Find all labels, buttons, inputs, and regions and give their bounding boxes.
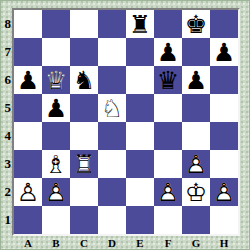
square-c6[interactable]: ♞ bbox=[70, 66, 98, 94]
white-pawn[interactable]: ♟♙ bbox=[14, 178, 42, 206]
white-rook-glyph: ♖ bbox=[70, 150, 98, 178]
white-pawn-glyph: ♙ bbox=[154, 178, 182, 206]
square-d3[interactable] bbox=[98, 150, 126, 178]
square-f8[interactable] bbox=[154, 10, 182, 38]
white-king[interactable]: ♚♔ bbox=[182, 178, 210, 206]
square-a4[interactable] bbox=[14, 122, 42, 150]
file-label-g: G bbox=[182, 237, 210, 249]
black-rook-glyph: ♜ bbox=[126, 10, 154, 38]
rank-label-8: 8 bbox=[1, 10, 12, 38]
square-a2[interactable]: ♟♙ bbox=[14, 178, 42, 206]
white-pawn[interactable]: ♟♙ bbox=[42, 178, 70, 206]
black-queen-glyph: ♛ bbox=[154, 66, 182, 94]
rank-label-4: 4 bbox=[1, 122, 12, 150]
chess-diagram: 87654321 ♜♚♟♟♟♛♕♞♛♟♟♞♘♝♗♜♖♟♙♟♙♟♙♟♙♚♔♟♙ A… bbox=[0, 0, 250, 250]
square-h4[interactable] bbox=[210, 122, 238, 150]
square-d1[interactable] bbox=[98, 206, 126, 234]
square-g8[interactable]: ♚ bbox=[182, 10, 210, 38]
square-b1[interactable] bbox=[42, 206, 70, 234]
black-queen[interactable]: ♛ bbox=[154, 66, 182, 94]
square-b7[interactable] bbox=[42, 38, 70, 66]
white-knight[interactable]: ♞♘ bbox=[98, 94, 126, 122]
square-d6[interactable] bbox=[98, 66, 126, 94]
square-f6[interactable]: ♛ bbox=[154, 66, 182, 94]
square-f3[interactable] bbox=[154, 150, 182, 178]
rank-labels: 87654321 bbox=[1, 10, 12, 234]
square-d7[interactable] bbox=[98, 38, 126, 66]
file-label-d: D bbox=[98, 237, 126, 249]
square-e8[interactable]: ♜ bbox=[126, 10, 154, 38]
square-g4[interactable] bbox=[182, 122, 210, 150]
square-b6[interactable]: ♛♕ bbox=[42, 66, 70, 94]
file-labels: ABCDEFGH bbox=[14, 237, 238, 249]
black-king[interactable]: ♚ bbox=[182, 10, 210, 38]
square-h3[interactable] bbox=[210, 150, 238, 178]
square-d4[interactable] bbox=[98, 122, 126, 150]
square-e4[interactable] bbox=[126, 122, 154, 150]
square-f2[interactable]: ♟♙ bbox=[154, 178, 182, 206]
white-pawn-glyph: ♙ bbox=[182, 150, 210, 178]
square-b2[interactable]: ♟♙ bbox=[42, 178, 70, 206]
black-pawn[interactable]: ♟ bbox=[42, 94, 70, 122]
square-f4[interactable] bbox=[154, 122, 182, 150]
file-label-e: E bbox=[126, 237, 154, 249]
rank-label-1: 1 bbox=[1, 206, 12, 234]
black-pawn[interactable]: ♟ bbox=[182, 66, 210, 94]
rank-label-2: 2 bbox=[1, 178, 12, 206]
white-queen[interactable]: ♛♕ bbox=[42, 66, 70, 94]
square-e5[interactable] bbox=[126, 94, 154, 122]
square-h7[interactable]: ♟ bbox=[210, 38, 238, 66]
square-a5[interactable] bbox=[14, 94, 42, 122]
white-pawn[interactable]: ♟♙ bbox=[182, 150, 210, 178]
white-rook[interactable]: ♜♖ bbox=[70, 150, 98, 178]
square-f7[interactable]: ♟ bbox=[154, 38, 182, 66]
square-g7[interactable] bbox=[182, 38, 210, 66]
square-c3[interactable]: ♜♖ bbox=[70, 150, 98, 178]
square-d5[interactable]: ♞♘ bbox=[98, 94, 126, 122]
square-b4[interactable] bbox=[42, 122, 70, 150]
white-pawn-glyph: ♙ bbox=[14, 178, 42, 206]
black-rook[interactable]: ♜ bbox=[126, 10, 154, 38]
black-pawn-glyph: ♟ bbox=[42, 94, 70, 122]
square-h2[interactable]: ♟♙ bbox=[210, 178, 238, 206]
board: ♜♚♟♟♟♛♕♞♛♟♟♞♘♝♗♜♖♟♙♟♙♟♙♟♙♚♔♟♙ bbox=[14, 10, 238, 234]
square-e2[interactable] bbox=[126, 178, 154, 206]
square-c1[interactable] bbox=[70, 206, 98, 234]
square-c5[interactable] bbox=[70, 94, 98, 122]
white-bishop-glyph: ♗ bbox=[42, 150, 70, 178]
rank-label-5: 5 bbox=[1, 94, 12, 122]
square-e1[interactable] bbox=[126, 206, 154, 234]
file-label-a: A bbox=[14, 237, 42, 249]
square-a3[interactable] bbox=[14, 150, 42, 178]
file-label-f: F bbox=[154, 237, 182, 249]
square-a1[interactable] bbox=[14, 206, 42, 234]
square-b3[interactable]: ♝♗ bbox=[42, 150, 70, 178]
black-pawn-glyph: ♟ bbox=[14, 66, 42, 94]
file-label-b: B bbox=[42, 237, 70, 249]
square-f1[interactable] bbox=[154, 206, 182, 234]
square-b8[interactable] bbox=[42, 10, 70, 38]
square-d2[interactable] bbox=[98, 178, 126, 206]
square-b5[interactable]: ♟ bbox=[42, 94, 70, 122]
white-pawn-glyph: ♙ bbox=[210, 178, 238, 206]
board-frame: ♜♚♟♟♟♛♕♞♛♟♟♞♘♝♗♜♖♟♙♟♙♟♙♟♙♚♔♟♙ bbox=[12, 8, 240, 236]
square-e3[interactable] bbox=[126, 150, 154, 178]
square-h6[interactable] bbox=[210, 66, 238, 94]
white-king-glyph: ♔ bbox=[182, 178, 210, 206]
black-pawn-glyph: ♟ bbox=[154, 38, 182, 66]
white-knight-glyph: ♘ bbox=[98, 94, 126, 122]
rank-label-6: 6 bbox=[1, 66, 12, 94]
square-c4[interactable] bbox=[70, 122, 98, 150]
black-king-glyph: ♚ bbox=[182, 10, 210, 38]
file-label-c: C bbox=[70, 237, 98, 249]
square-g1[interactable] bbox=[182, 206, 210, 234]
square-h1[interactable] bbox=[210, 206, 238, 234]
square-c7[interactable] bbox=[70, 38, 98, 66]
black-pawn-glyph: ♟ bbox=[182, 66, 210, 94]
square-g5[interactable] bbox=[182, 94, 210, 122]
black-pawn-glyph: ♟ bbox=[210, 38, 238, 66]
square-e6[interactable] bbox=[126, 66, 154, 94]
rank-label-7: 7 bbox=[1, 38, 12, 66]
square-a6[interactable]: ♟ bbox=[14, 66, 42, 94]
square-e7[interactable] bbox=[126, 38, 154, 66]
rank-label-3: 3 bbox=[1, 150, 12, 178]
square-c2[interactable] bbox=[70, 178, 98, 206]
file-label-h: H bbox=[210, 237, 238, 249]
white-bishop[interactable]: ♝♗ bbox=[42, 150, 70, 178]
black-pawn[interactable]: ♟ bbox=[154, 38, 182, 66]
black-pawn[interactable]: ♟ bbox=[14, 66, 42, 94]
square-g3[interactable]: ♟♙ bbox=[182, 150, 210, 178]
black-knight-glyph: ♞ bbox=[70, 66, 98, 94]
square-h8[interactable] bbox=[210, 10, 238, 38]
square-c8[interactable] bbox=[70, 10, 98, 38]
square-d8[interactable] bbox=[98, 10, 126, 38]
square-h5[interactable] bbox=[210, 94, 238, 122]
white-pawn-glyph: ♙ bbox=[42, 178, 70, 206]
white-pawn[interactable]: ♟♙ bbox=[154, 178, 182, 206]
square-a7[interactable] bbox=[14, 38, 42, 66]
black-pawn[interactable]: ♟ bbox=[210, 38, 238, 66]
square-a8[interactable] bbox=[14, 10, 42, 38]
square-g6[interactable]: ♟ bbox=[182, 66, 210, 94]
white-queen-glyph: ♕ bbox=[42, 66, 70, 94]
black-knight[interactable]: ♞ bbox=[70, 66, 98, 94]
square-f5[interactable] bbox=[154, 94, 182, 122]
white-pawn[interactable]: ♟♙ bbox=[210, 178, 238, 206]
square-g2[interactable]: ♚♔ bbox=[182, 178, 210, 206]
